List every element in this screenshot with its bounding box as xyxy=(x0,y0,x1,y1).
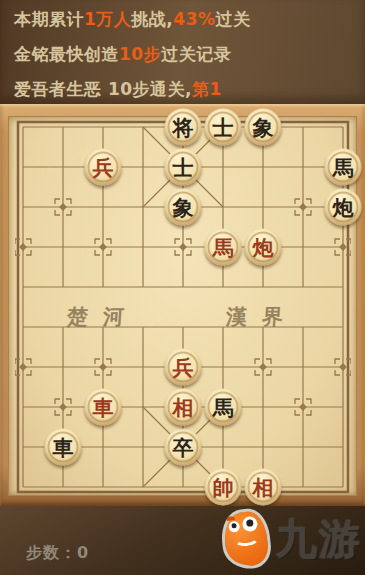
piece-red-general[interactable]: 帥 xyxy=(205,469,242,506)
jiuyou-logo: 九游 xyxy=(222,509,362,569)
header-text-segment: 金铭最快创造 xyxy=(14,44,119,64)
step-counter-label: 步数： xyxy=(26,543,77,562)
piece-black-chariot[interactable]: 車 xyxy=(45,429,82,466)
challenge-info-panel: 本期累计1万人挑战,43%过关 金铭最快创造10步过关记录 爱吾者生恶 10步通… xyxy=(0,0,365,104)
piece-red-cannon[interactable]: 炮 xyxy=(245,229,282,266)
challenge-line-1: 本期累计1万人挑战,43%过关 xyxy=(0,0,365,37)
header-text-segment: 本期累计 xyxy=(14,9,84,29)
header-text-segment: 过关记录 xyxy=(161,44,231,64)
piece-black-elephant[interactable]: 象 xyxy=(245,109,282,146)
piece-black-horse[interactable]: 馬 xyxy=(325,149,362,186)
piece-red-elephant[interactable]: 相 xyxy=(165,389,202,426)
header-text-segment: 过关 xyxy=(216,9,251,29)
board-panel: 楚河 漢界 将士象士馬象炮馬車卒兵馬炮兵車相帥相 www.9game.cn ww… xyxy=(0,104,365,506)
piece-black-cannon[interactable]: 炮 xyxy=(325,189,362,226)
piece-red-horse[interactable]: 馬 xyxy=(205,229,242,266)
header-text-segment: 挑战, xyxy=(131,9,173,29)
piece-black-advisor[interactable]: 士 xyxy=(165,149,202,186)
header-text-segment: 第1 xyxy=(192,79,222,99)
header-text-segment: 43% xyxy=(173,9,215,29)
piece-black-horse[interactable]: 馬 xyxy=(205,389,242,426)
piece-black-elephant[interactable]: 象 xyxy=(165,189,202,226)
header-text-segment: 爱吾者生恶 10步通关, xyxy=(14,79,192,99)
piece-black-general[interactable]: 将 xyxy=(165,109,202,146)
jiuyou-mascot-icon xyxy=(219,507,273,572)
piece-red-soldier[interactable]: 兵 xyxy=(85,149,122,186)
challenge-line-3: 爱吾者生恶 10步通关,第1 xyxy=(0,72,365,107)
header-text-segment: 1万人 xyxy=(84,9,131,29)
pieces-layer: 将士象士馬象炮馬車卒兵馬炮兵車相帥相 xyxy=(23,127,343,487)
mascot-right-eye-icon xyxy=(242,516,258,532)
jiuyou-logo-text: 九游 xyxy=(276,512,362,567)
step-counter: 步数：0 xyxy=(26,543,89,564)
piece-black-advisor[interactable]: 士 xyxy=(205,109,242,146)
step-counter-value: 0 xyxy=(77,543,89,562)
mascot-left-eye-icon xyxy=(228,521,240,533)
challenge-line-2: 金铭最快创造10步过关记录 xyxy=(0,37,365,72)
piece-red-soldier[interactable]: 兵 xyxy=(165,349,202,386)
piece-red-elephant[interactable]: 相 xyxy=(245,469,282,506)
piece-black-soldier[interactable]: 卒 xyxy=(165,429,202,466)
piece-red-chariot[interactable]: 車 xyxy=(85,389,122,426)
header-text-segment: 10步 xyxy=(119,44,161,64)
mascot-smile-icon xyxy=(233,531,259,548)
